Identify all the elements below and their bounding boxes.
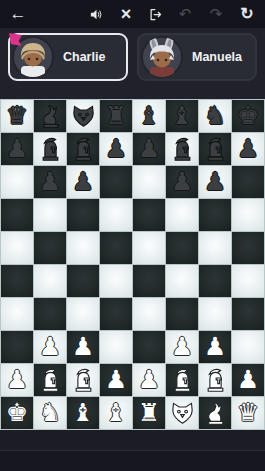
black-pawn-piece: ♟ <box>237 136 259 161</box>
square-f3[interactable]: ♟ <box>166 331 198 363</box>
square-a9[interactable]: ♟ <box>1 133 33 165</box>
refresh-icon[interactable]: ↻ <box>238 0 256 28</box>
square-d6[interactable] <box>100 232 132 264</box>
black-fox-face-piece <box>70 103 97 130</box>
square-d3[interactable] <box>100 331 132 363</box>
black-pawn-piece: ♟ <box>39 169 61 194</box>
black-pawn-piece: ♟ <box>204 169 226 194</box>
square-g10[interactable]: ♞ <box>199 100 231 132</box>
square-c5[interactable] <box>67 265 99 297</box>
square-c7[interactable] <box>67 199 99 231</box>
square-b8[interactable]: ♟ <box>34 166 66 198</box>
black-pawn-piece: ♟ <box>72 169 94 194</box>
close-icon[interactable]: × <box>117 1 135 27</box>
square-a8[interactable] <box>1 166 33 198</box>
black-wolf-howling-piece <box>37 103 64 130</box>
white-pawn-piece: ♟ <box>171 334 193 359</box>
square-e5[interactable] <box>133 265 165 297</box>
square-h1[interactable]: ♛ <box>232 397 264 429</box>
white-knight-piece: ♞ <box>39 400 61 425</box>
square-b10[interactable] <box>34 100 66 132</box>
player-cards: Charlie <box>8 33 257 81</box>
square-b5[interactable] <box>34 265 66 297</box>
black-rook-piece: ♜ <box>105 103 127 128</box>
square-b7[interactable] <box>34 199 66 231</box>
white-fox-face-piece <box>169 400 196 427</box>
square-a3[interactable] <box>1 331 33 363</box>
white-queen-piece: ♛ <box>237 400 259 425</box>
white-bishop-piece: ♝ <box>72 400 94 425</box>
square-a7[interactable] <box>1 199 33 231</box>
white-king-piece: ♚ <box>6 400 28 425</box>
square-h3[interactable] <box>232 331 264 363</box>
square-b1[interactable]: ♞ <box>34 397 66 429</box>
white-sergeant-helmet-piece <box>70 367 97 394</box>
player-name: Charlie <box>63 50 105 64</box>
square-c6[interactable] <box>67 232 99 264</box>
player-card-manuela[interactable]: Manuela <box>137 33 257 81</box>
square-g6[interactable] <box>199 232 231 264</box>
square-h2[interactable]: ♟ <box>232 364 264 396</box>
square-c1[interactable]: ♝ <box>67 397 99 429</box>
square-f2[interactable] <box>166 364 198 396</box>
square-h6[interactable] <box>232 232 264 264</box>
square-f10[interactable]: ♝ <box>166 100 198 132</box>
square-h8[interactable] <box>232 166 264 198</box>
board: ♛♜♝♝♞♚♟♟♟♟♟♟♟♟♟♟♟♟♟♟♟♟♚♞♝♝♜♛ <box>0 99 265 430</box>
square-g4[interactable] <box>199 298 231 330</box>
square-h7[interactable] <box>232 199 264 231</box>
square-d5[interactable] <box>100 265 132 297</box>
square-d4[interactable] <box>100 298 132 330</box>
square-c10[interactable] <box>67 100 99 132</box>
black-pawn-piece: ♟ <box>138 136 160 161</box>
black-sergeant-helmet-piece <box>202 136 229 163</box>
black-bishop-piece: ♝ <box>171 103 193 128</box>
square-d8[interactable] <box>100 166 132 198</box>
app-root: ← × ↶ ↷ ↻ <box>0 0 265 471</box>
square-b9[interactable] <box>34 133 66 165</box>
back-icon[interactable]: ← <box>9 0 27 28</box>
square-f1[interactable] <box>166 397 198 429</box>
white-wolf-howling-piece <box>202 400 229 427</box>
square-d10[interactable]: ♜ <box>100 100 132 132</box>
black-pawn-piece: ♟ <box>6 136 28 161</box>
white-pawn-piece: ♟ <box>204 334 226 359</box>
square-b2[interactable] <box>34 364 66 396</box>
undo-icon[interactable]: ↶ <box>176 0 194 28</box>
square-g3[interactable]: ♟ <box>199 331 231 363</box>
white-sergeant-helmet-piece <box>37 367 64 394</box>
black-king-piece: ♚ <box>237 103 259 128</box>
square-c2[interactable] <box>67 364 99 396</box>
square-h4[interactable] <box>232 298 264 330</box>
bottom-panel <box>0 430 265 471</box>
square-h5[interactable] <box>232 265 264 297</box>
square-g9[interactable] <box>199 133 231 165</box>
player-card-charlie[interactable]: Charlie <box>8 33 128 81</box>
player-name: Manuela <box>192 50 242 64</box>
white-pawn-piece: ♟ <box>237 367 259 392</box>
speaker-icon[interactable] <box>89 7 104 22</box>
square-d2[interactable]: ♟ <box>100 364 132 396</box>
avatar-charlie <box>12 36 54 78</box>
redo-icon[interactable]: ↷ <box>207 0 225 28</box>
square-d9[interactable]: ♟ <box>100 133 132 165</box>
square-e7[interactable] <box>133 199 165 231</box>
black-queen-piece: ♛ <box>6 103 28 128</box>
square-d7[interactable] <box>100 199 132 231</box>
black-sergeant-helmet-piece <box>169 136 196 163</box>
square-a1[interactable]: ♚ <box>1 397 33 429</box>
square-h9[interactable]: ♟ <box>232 133 264 165</box>
square-e9[interactable]: ♟ <box>133 133 165 165</box>
white-pawn-piece: ♟ <box>6 367 28 392</box>
white-bishop-piece: ♝ <box>105 400 127 425</box>
white-rook-piece: ♜ <box>138 400 160 425</box>
white-pawn-piece: ♟ <box>138 367 160 392</box>
white-sergeant-helmet-piece <box>202 367 229 394</box>
square-b4[interactable] <box>34 298 66 330</box>
square-a4[interactable] <box>1 298 33 330</box>
bottom-lower-strip <box>0 451 265 471</box>
square-b3[interactable]: ♟ <box>34 331 66 363</box>
square-f4[interactable] <box>166 298 198 330</box>
leave-game-icon[interactable] <box>148 7 163 22</box>
square-a10[interactable]: ♛ <box>1 100 33 132</box>
square-g8[interactable]: ♟ <box>199 166 231 198</box>
square-a2[interactable]: ♟ <box>1 364 33 396</box>
square-c4[interactable] <box>67 298 99 330</box>
square-g2[interactable] <box>199 364 231 396</box>
square-e6[interactable] <box>133 232 165 264</box>
square-f5[interactable] <box>166 265 198 297</box>
square-e1[interactable]: ♜ <box>133 397 165 429</box>
square-f7[interactable] <box>166 199 198 231</box>
square-f6[interactable] <box>166 232 198 264</box>
black-knight-piece: ♞ <box>204 103 226 128</box>
square-d1[interactable]: ♝ <box>100 397 132 429</box>
square-b6[interactable] <box>34 232 66 264</box>
square-e8[interactable] <box>133 166 165 198</box>
square-e4[interactable] <box>133 298 165 330</box>
avatar-manuela <box>141 36 183 78</box>
white-pawn-piece: ♟ <box>105 367 127 392</box>
toolbar: ← × ↶ ↷ ↻ <box>0 0 265 28</box>
square-a6[interactable] <box>1 232 33 264</box>
square-g7[interactable] <box>199 199 231 231</box>
black-pawn-piece: ♟ <box>171 169 193 194</box>
square-e10[interactable]: ♝ <box>133 100 165 132</box>
square-a5[interactable] <box>1 265 33 297</box>
white-pawn-piece: ♟ <box>72 334 94 359</box>
manuela-avatar-icon <box>141 36 183 78</box>
square-g1[interactable] <box>199 397 231 429</box>
black-sergeant-helmet-piece <box>37 136 64 163</box>
black-pawn-piece: ♟ <box>105 136 127 161</box>
square-g5[interactable] <box>199 265 231 297</box>
square-f8[interactable]: ♟ <box>166 166 198 198</box>
square-c8[interactable]: ♟ <box>67 166 99 198</box>
white-pawn-piece: ♟ <box>39 334 61 359</box>
square-c3[interactable]: ♟ <box>67 331 99 363</box>
square-e3[interactable] <box>133 331 165 363</box>
square-f9[interactable] <box>166 133 198 165</box>
black-bishop-piece: ♝ <box>138 103 160 128</box>
square-e2[interactable]: ♟ <box>133 364 165 396</box>
black-sergeant-helmet-piece <box>70 136 97 163</box>
square-c9[interactable] <box>67 133 99 165</box>
white-sergeant-helmet-piece <box>169 367 196 394</box>
square-h10[interactable]: ♚ <box>232 100 264 132</box>
